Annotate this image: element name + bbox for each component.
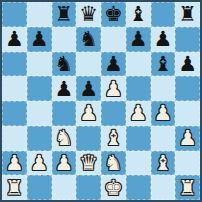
chess-board-grid: ♜♛♚♝♜♟♟♞♟♟♞♟♝♟♟♟♟♟♟♟♞♝♟♟♟♟♛♞♝♜♚♜ (2, 2, 200, 200)
square-g6[interactable]: ♝ (151, 52, 176, 77)
square-g4[interactable]: ♟ (151, 101, 176, 126)
square-a5[interactable] (2, 76, 27, 101)
piece-white-king-e1: ♚ (104, 176, 123, 200)
piece-white-rook-a1: ♜ (5, 176, 24, 200)
square-h2[interactable] (175, 151, 200, 176)
square-g7[interactable]: ♟ (151, 27, 176, 52)
piece-white-pawn-e5: ♟ (104, 77, 123, 101)
square-a8[interactable] (2, 2, 27, 27)
square-g3[interactable] (151, 126, 176, 151)
square-g1[interactable] (151, 175, 176, 200)
piece-black-pawn-g7: ♟ (153, 27, 172, 51)
square-d2[interactable]: ♛ (76, 151, 101, 176)
square-c8[interactable]: ♜ (52, 2, 77, 27)
square-c1[interactable] (52, 175, 77, 200)
piece-black-knight-d7: ♞ (79, 27, 98, 51)
square-d7[interactable]: ♞ (76, 27, 101, 52)
square-e3[interactable]: ♝ (101, 126, 126, 151)
square-d3[interactable] (76, 126, 101, 151)
piece-black-rook-c8: ♜ (54, 2, 73, 26)
piece-white-knight-e2: ♞ (104, 151, 123, 175)
square-h5[interactable] (175, 76, 200, 101)
square-e5[interactable]: ♟ (101, 76, 126, 101)
square-h4[interactable] (175, 101, 200, 126)
piece-white-pawn-f4: ♟ (129, 101, 148, 125)
piece-white-bishop-e3: ♝ (104, 126, 123, 150)
chess-board: ♜♛♚♝♜♟♟♞♟♟♞♟♝♟♟♟♟♟♟♟♞♝♟♟♟♟♛♞♝♜♚♜ (0, 0, 202, 202)
square-f1[interactable] (126, 175, 151, 200)
piece-black-pawn-e6: ♟ (104, 52, 123, 76)
square-c6[interactable]: ♞ (52, 52, 77, 77)
square-d4[interactable]: ♟ (76, 101, 101, 126)
square-c3[interactable]: ♞ (52, 126, 77, 151)
square-e4[interactable] (101, 101, 126, 126)
square-a2[interactable]: ♟ (2, 151, 27, 176)
square-d5[interactable]: ♟ (76, 76, 101, 101)
piece-black-pawn-b7: ♟ (30, 27, 49, 51)
piece-white-knight-c3: ♞ (54, 126, 73, 150)
piece-black-king-e8: ♚ (104, 2, 123, 26)
square-e2[interactable]: ♞ (101, 151, 126, 176)
piece-black-rook-h8: ♜ (178, 2, 197, 26)
piece-white-pawn-c2: ♟ (54, 151, 73, 175)
square-b1[interactable] (27, 175, 52, 200)
square-a7[interactable]: ♟ (2, 27, 27, 52)
square-f2[interactable] (126, 151, 151, 176)
square-c7[interactable] (52, 27, 77, 52)
square-d6[interactable] (76, 52, 101, 77)
piece-white-rook-h1: ♜ (178, 176, 197, 200)
piece-black-bishop-f8: ♝ (129, 2, 148, 26)
square-f8[interactable]: ♝ (126, 2, 151, 27)
piece-black-pawn-a7: ♟ (5, 27, 24, 51)
square-h6[interactable]: ♟ (175, 52, 200, 77)
square-b2[interactable]: ♟ (27, 151, 52, 176)
square-e8[interactable]: ♚ (101, 2, 126, 27)
piece-black-pawn-d5: ♟ (79, 77, 98, 101)
square-e1[interactable]: ♚ (101, 175, 126, 200)
square-b4[interactable] (27, 101, 52, 126)
square-h7[interactable] (175, 27, 200, 52)
piece-black-queen-d8: ♛ (79, 2, 98, 26)
piece-black-pawn-c5: ♟ (54, 77, 73, 101)
square-c5[interactable]: ♟ (52, 76, 77, 101)
piece-white-pawn-d4: ♟ (79, 101, 98, 125)
square-b5[interactable] (27, 76, 52, 101)
square-h3[interactable]: ♟ (175, 126, 200, 151)
piece-white-pawn-b2: ♟ (30, 151, 49, 175)
square-f6[interactable] (126, 52, 151, 77)
square-f3[interactable] (126, 126, 151, 151)
piece-white-queen-d2: ♛ (79, 151, 98, 175)
piece-white-pawn-a2: ♟ (5, 151, 24, 175)
square-h8[interactable]: ♜ (175, 2, 200, 27)
piece-white-bishop-g2: ♝ (153, 151, 172, 175)
piece-black-pawn-f7: ♟ (129, 27, 148, 51)
piece-black-bishop-g6: ♝ (153, 52, 172, 76)
square-d8[interactable]: ♛ (76, 2, 101, 27)
square-e6[interactable]: ♟ (101, 52, 126, 77)
square-g8[interactable] (151, 2, 176, 27)
square-f5[interactable] (126, 76, 151, 101)
piece-black-knight-c6: ♞ (54, 52, 73, 76)
square-h1[interactable]: ♜ (175, 175, 200, 200)
piece-black-pawn-h6: ♟ (178, 52, 197, 76)
square-c2[interactable]: ♟ (52, 151, 77, 176)
square-a4[interactable] (2, 101, 27, 126)
square-b3[interactable] (27, 126, 52, 151)
square-f4[interactable]: ♟ (126, 101, 151, 126)
square-b8[interactable] (27, 2, 52, 27)
square-e7[interactable] (101, 27, 126, 52)
square-c4[interactable] (52, 101, 77, 126)
piece-white-pawn-h3: ♟ (178, 126, 197, 150)
square-g5[interactable] (151, 76, 176, 101)
square-b7[interactable]: ♟ (27, 27, 52, 52)
square-g2[interactable]: ♝ (151, 151, 176, 176)
square-f7[interactable]: ♟ (126, 27, 151, 52)
square-a3[interactable] (2, 126, 27, 151)
square-b6[interactable] (27, 52, 52, 77)
square-a1[interactable]: ♜ (2, 175, 27, 200)
square-d1[interactable] (76, 175, 101, 200)
square-a6[interactable] (2, 52, 27, 77)
piece-white-pawn-g4: ♟ (153, 101, 172, 125)
